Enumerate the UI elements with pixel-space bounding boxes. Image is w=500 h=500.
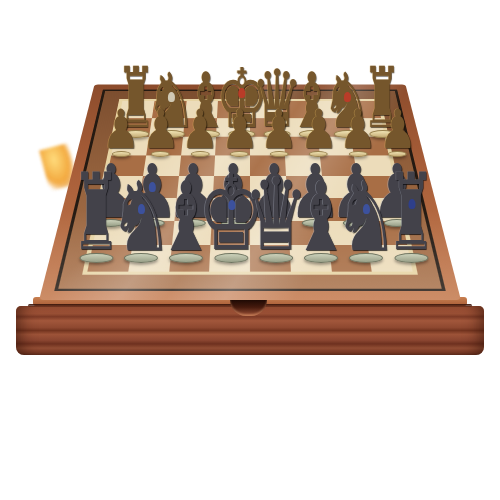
- piece-black-rook-a8[interactable]: ♜: [363, 160, 458, 263]
- paint-accent: [408, 199, 415, 209]
- product-photo-stage: ♜♞♝♚♛♝♞♜♟♟♟♟♟♟♟♟♟♟♟♟♟♟♟♟♜♞♝♚♛♝♞♜: [0, 0, 500, 500]
- rook-glyph: ♜: [387, 160, 435, 266]
